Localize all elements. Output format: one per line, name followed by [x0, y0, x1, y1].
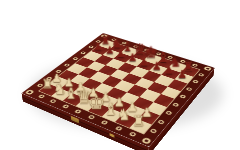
piece-black-pawn-h7: ♟	[177, 69, 187, 80]
board-frame: ♜♞♝♛♚♝♞♜♟♟♟♟♟♟♟♟♟♟♟♟♟♟♟♟♜♞♝♛♚♝♞♜	[21, 33, 214, 147]
ring-ornament-icon	[49, 99, 57, 104]
piece-white-bishop-f1: ♝	[103, 101, 118, 117]
ring-ornament-icon	[157, 119, 165, 124]
piece-black-pawn-a7: ♟	[94, 42, 103, 52]
piece-black-pawn-f7: ♟	[152, 60, 162, 71]
ring-ornament-icon	[165, 111, 172, 116]
ring-ornament-icon	[62, 104, 70, 109]
ring-ornament-icon	[74, 109, 82, 114]
piece-black-pawn-e7: ♟	[140, 57, 149, 68]
brass-hinge	[109, 133, 114, 138]
piece-black-pawn-c7: ♟	[116, 49, 125, 59]
ring-ornament-icon	[192, 80, 199, 84]
piece-black-pawn-b7: ♟	[105, 45, 114, 55]
ring-ornament-icon	[198, 73, 205, 77]
ring-ornament-icon	[179, 94, 186, 98]
ring-ornament-icon	[186, 87, 193, 91]
piece-black-pawn-g7: ♟	[164, 65, 174, 76]
piece-black-pawn-d7: ♟	[128, 53, 137, 63]
ring-ornament-icon	[115, 126, 123, 131]
ring-ornament-icon	[87, 115, 95, 120]
ring-ornament-icon	[149, 128, 157, 133]
piece-white-rook-h1: ♜	[132, 114, 145, 128]
piece-white-rook-a1: ♜	[41, 79, 53, 92]
ring-ornament-icon	[38, 94, 45, 98]
ring-ornament-icon	[129, 132, 137, 137]
chess-board: ♜♞♝♛♚♝♞♜♟♟♟♟♟♟♟♟♟♟♟♟♟♟♟♟♜♞♝♛♚♝♞♜	[21, 33, 214, 147]
ring-ornament-icon	[101, 120, 109, 125]
piece-white-knight-g1: ♞	[117, 107, 131, 122]
chess-set-photo: ♜♞♝♛♚♝♞♜♟♟♟♟♟♟♟♟♟♟♟♟♟♟♟♟♜♞♝♛♚♝♞♜	[0, 0, 240, 150]
ring-ornament-icon	[172, 102, 179, 107]
brass-clasp	[71, 116, 79, 124]
